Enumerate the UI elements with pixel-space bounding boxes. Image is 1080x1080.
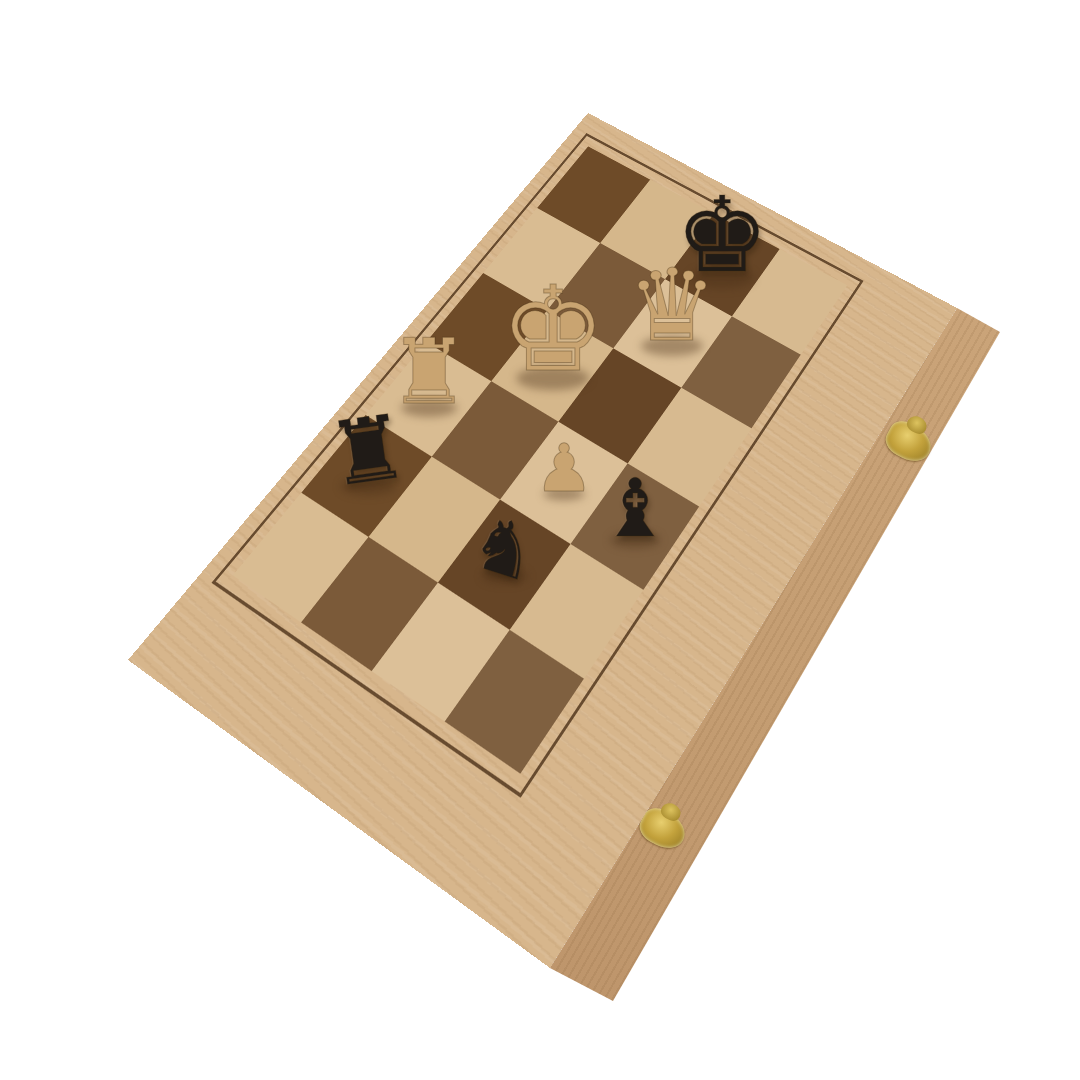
piece-light-king: ♚ [500, 275, 606, 384]
piece-light-pawn: ♟ [534, 439, 593, 500]
piece-light-queen: ♛ [627, 260, 717, 352]
piece-black-bishop: ♝ [599, 472, 671, 546]
product-photo-chess-box: { "game": "chess", "scene": { "descripti… [0, 0, 1080, 1080]
piece-black-rook: ♜ [323, 406, 412, 497]
